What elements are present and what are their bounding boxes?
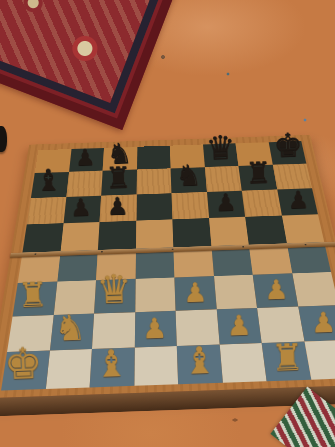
square-a1: ♚	[1, 350, 49, 390]
square-g6	[242, 189, 282, 216]
board-frame: ♟♞♛♚♝♜♞♜♟♟♟♟♜♛♟♟♞♟♟♟♚♝♝♜	[0, 135, 335, 398]
black-king: ♚	[273, 129, 303, 163]
chess-board: ♟♞♛♚♝♜♞♜♟♟♟♟♜♛♟♟♞♟♟♟♚♝♝♜	[0, 1, 335, 416]
square-g2	[257, 306, 304, 343]
square-g3: ♟	[253, 274, 298, 308]
offboard-black-piece	[0, 126, 7, 152]
square-e4	[173, 246, 213, 278]
black-pawn: ♟	[288, 188, 310, 213]
square-a3: ♜	[13, 282, 57, 316]
square-h2: ♟	[298, 305, 335, 342]
square-h7	[272, 164, 311, 190]
square-h5	[281, 214, 324, 243]
square-c8: ♞	[103, 147, 137, 171]
square-e3: ♟	[174, 276, 216, 310]
square-b5	[60, 222, 99, 252]
square-e2	[176, 309, 220, 346]
square-c1: ♝	[90, 347, 135, 387]
square-c7: ♜	[101, 170, 136, 196]
square-g7: ♜	[239, 165, 277, 191]
black-knight: ♞	[106, 139, 132, 168]
square-f8: ♛	[203, 143, 239, 167]
white-rook: ♜	[270, 339, 304, 377]
square-b8: ♟	[69, 148, 104, 172]
square-d1	[134, 346, 178, 386]
square-b6: ♟	[63, 195, 101, 223]
black-pawn: ♟	[75, 146, 96, 169]
square-a5	[22, 223, 63, 253]
white-pawn: ♟	[264, 276, 289, 304]
square-d5	[136, 219, 174, 248]
white-pawn: ♟	[227, 311, 253, 340]
square-e6	[171, 192, 208, 219]
square-h6: ♟	[277, 188, 318, 215]
square-h3	[292, 272, 335, 306]
square-e8	[170, 144, 205, 168]
white-pawn: ♟	[311, 308, 335, 337]
square-f6: ♟	[207, 191, 246, 218]
square-h8: ♚	[268, 141, 306, 165]
square-f1	[219, 343, 266, 383]
white-pawn: ♟	[142, 314, 168, 343]
white-bishop: ♝	[182, 342, 216, 380]
square-a6	[27, 197, 66, 225]
white-pawn: ♟	[183, 279, 208, 307]
square-a8	[35, 149, 71, 173]
black-pawn: ♟	[70, 195, 92, 220]
square-g8	[236, 142, 273, 166]
black-pawn: ♟	[106, 194, 128, 219]
square-g5	[245, 215, 286, 244]
square-d7	[136, 169, 171, 195]
square-b2: ♞	[50, 313, 95, 350]
square-c5	[98, 220, 136, 250]
square-d8	[137, 146, 171, 170]
square-e1: ♝	[177, 344, 223, 384]
square-f2: ♟	[216, 308, 261, 345]
square-d3	[135, 278, 176, 312]
square-e5	[172, 218, 211, 247]
square-a7: ♝	[31, 172, 69, 198]
square-g1: ♜	[262, 341, 311, 381]
square-d6	[136, 193, 172, 220]
square-c2	[92, 312, 135, 349]
square-a2	[7, 315, 53, 352]
square-f5	[209, 217, 249, 246]
square-d2: ♟	[134, 310, 176, 347]
white-bishop: ♝	[94, 345, 128, 383]
square-e7: ♞	[171, 167, 207, 193]
black-pawn: ♟	[215, 190, 237, 215]
square-b7	[66, 171, 103, 197]
white-knight: ♞	[54, 310, 87, 346]
square-b1	[45, 349, 92, 389]
square-f3	[214, 275, 257, 309]
square-c3: ♛	[94, 279, 135, 313]
square-c6: ♟	[100, 194, 137, 222]
square-b3	[53, 280, 96, 314]
black-queen: ♛	[205, 131, 235, 165]
board-grid: ♟♞♛♚♝♜♞♜♟♟♟♟♜♛♟♟♞♟♟♟♚♝♝♜	[1, 141, 335, 390]
photo-scene: ♟♞♛♚♝♜♞♜♟♟♟♟♜♛♟♟♞♟♟♟♚♝♝♜	[0, 0, 335, 447]
white-rook: ♜	[17, 277, 49, 312]
square-f7	[205, 166, 242, 192]
